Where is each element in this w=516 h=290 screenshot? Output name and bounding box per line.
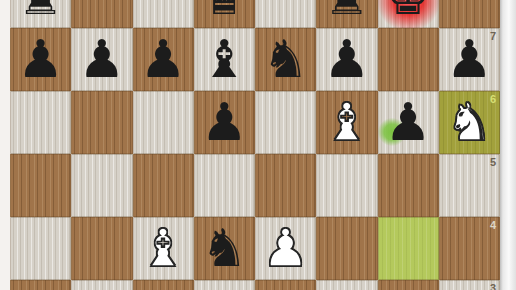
square-a4[interactable] [10, 217, 71, 280]
square-e5[interactable] [255, 154, 316, 217]
square-e7[interactable]: ♞ [255, 28, 316, 91]
piece-black-bishop[interactable]: ♝ [201, 28, 248, 91]
square-g8[interactable]: ♚ [378, 0, 439, 28]
piece-black-rook[interactable]: ♜ [324, 0, 371, 28]
square-c6[interactable] [133, 91, 194, 154]
piece-black-pawn[interactable]: ♟ [140, 28, 187, 91]
square-g3[interactable] [378, 280, 439, 290]
square-g5[interactable] [378, 154, 439, 217]
square-c5[interactable] [133, 154, 194, 217]
piece-white-bishop[interactable]: ♝ [324, 91, 371, 154]
square-d6[interactable]: ♟ [194, 91, 255, 154]
piece-black-knight[interactable]: ♞ [262, 28, 309, 91]
piece-white-pawn[interactable]: ♟ [262, 217, 309, 280]
rank-label-5: 5 [490, 157, 496, 168]
piece-white-bishop[interactable]: ♝ [140, 217, 187, 280]
square-c3[interactable] [133, 280, 194, 290]
square-f8[interactable]: ♜ [316, 0, 377, 28]
square-h8[interactable] [439, 0, 500, 28]
piece-black-pawn[interactable]: ♟ [446, 28, 493, 91]
square-f6[interactable]: ♝ [316, 91, 377, 154]
square-g7[interactable] [378, 28, 439, 91]
square-b3[interactable] [71, 280, 132, 290]
square-f5[interactable] [316, 154, 377, 217]
square-f7[interactable]: ♟ [316, 28, 377, 91]
square-d5[interactable] [194, 154, 255, 217]
square-a3[interactable] [10, 280, 71, 290]
piece-black-pawn[interactable]: ♟ [385, 91, 432, 154]
square-h6[interactable]: ♞6 [439, 91, 500, 154]
chessboard: ♜♛♜♚♟♟♟♝♞♟♟7♟♝♟♞65♝♞♟43 [10, 0, 500, 290]
rank-label-6: 6 [490, 94, 496, 105]
square-a6[interactable] [10, 91, 71, 154]
square-c4[interactable]: ♝ [133, 217, 194, 280]
square-e4[interactable]: ♟ [255, 217, 316, 280]
square-b7[interactable]: ♟ [71, 28, 132, 91]
square-d8[interactable]: ♛ [194, 0, 255, 28]
square-h3[interactable]: 3 [439, 280, 500, 290]
square-f3[interactable] [316, 280, 377, 290]
rank-label-4: 4 [490, 220, 496, 231]
piece-black-queen[interactable]: ♛ [201, 0, 248, 28]
rank-label-7: 7 [490, 31, 496, 42]
piece-black-pawn[interactable]: ♟ [201, 91, 248, 154]
piece-white-knight[interactable]: ♞ [446, 91, 493, 154]
square-g6[interactable]: ♟ [378, 91, 439, 154]
piece-black-pawn[interactable]: ♟ [17, 28, 64, 91]
square-d3[interactable] [194, 280, 255, 290]
piece-black-king[interactable]: ♚ [385, 0, 432, 28]
square-c7[interactable]: ♟ [133, 28, 194, 91]
square-b4[interactable] [71, 217, 132, 280]
square-f4[interactable] [316, 217, 377, 280]
piece-black-pawn[interactable]: ♟ [324, 28, 371, 91]
square-e3[interactable] [255, 280, 316, 290]
square-h7[interactable]: ♟7 [439, 28, 500, 91]
square-e8[interactable] [255, 0, 316, 28]
square-h4[interactable]: 4 [439, 217, 500, 280]
rank-label-3: 3 [490, 283, 496, 290]
square-a7[interactable]: ♟ [10, 28, 71, 91]
square-b6[interactable] [71, 91, 132, 154]
piece-black-knight[interactable]: ♞ [201, 217, 248, 280]
piece-black-rook[interactable]: ♜ [17, 0, 64, 28]
square-b8[interactable] [71, 0, 132, 28]
page-background-strip-right [500, 0, 516, 290]
square-h5[interactable]: 5 [439, 154, 500, 217]
square-a5[interactable] [10, 154, 71, 217]
square-g4[interactable] [378, 217, 439, 280]
square-d4[interactable]: ♞ [194, 217, 255, 280]
square-e6[interactable] [255, 91, 316, 154]
piece-black-pawn[interactable]: ♟ [79, 28, 126, 91]
square-d7[interactable]: ♝ [194, 28, 255, 91]
square-a8[interactable]: ♜ [10, 0, 71, 28]
square-c8[interactable] [133, 0, 194, 28]
square-b5[interactable] [71, 154, 132, 217]
